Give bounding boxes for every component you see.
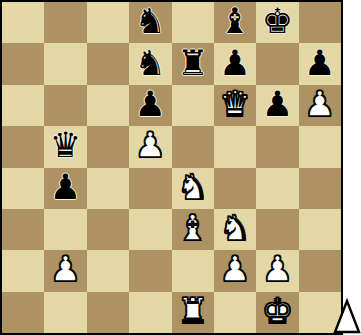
white-knight-piece: ♞ bbox=[219, 211, 250, 246]
square-b2[interactable]: ♟ bbox=[44, 250, 86, 291]
square-c4[interactable] bbox=[87, 168, 129, 209]
square-d7[interactable]: ♞ bbox=[129, 43, 171, 84]
square-b1[interactable] bbox=[44, 292, 86, 333]
square-c3[interactable] bbox=[87, 209, 129, 250]
square-g7[interactable] bbox=[256, 43, 298, 84]
white-rook-piece: ♜ bbox=[177, 294, 208, 329]
square-a7[interactable] bbox=[2, 43, 44, 84]
square-f8[interactable]: ♝ bbox=[214, 2, 256, 43]
black-knight-piece: ♞ bbox=[135, 4, 166, 39]
square-a4[interactable] bbox=[2, 168, 44, 209]
square-g5[interactable] bbox=[256, 126, 298, 167]
square-f4[interactable] bbox=[214, 168, 256, 209]
white-king-piece: ♚ bbox=[262, 294, 293, 329]
chess-board: ♞♝♚♞♜♟♟♟♛♟♟♛♟♟♞♝♞♟♟♟♜♚ bbox=[0, 0, 343, 335]
square-e5[interactable] bbox=[172, 126, 214, 167]
black-pawn-piece: ♟ bbox=[219, 46, 250, 81]
square-h3[interactable] bbox=[299, 209, 341, 250]
right-margin bbox=[343, 0, 361, 335]
black-rook-piece: ♜ bbox=[177, 46, 208, 81]
square-c8[interactable] bbox=[87, 2, 129, 43]
square-d2[interactable] bbox=[129, 250, 171, 291]
square-b8[interactable] bbox=[44, 2, 86, 43]
square-e4[interactable]: ♞ bbox=[172, 168, 214, 209]
square-a2[interactable] bbox=[2, 250, 44, 291]
square-a1[interactable] bbox=[2, 292, 44, 333]
white-pawn-piece: ♟ bbox=[135, 128, 166, 163]
square-d4[interactable] bbox=[129, 168, 171, 209]
square-e1[interactable]: ♜ bbox=[172, 292, 214, 333]
white-to-move-indicator bbox=[333, 298, 361, 334]
square-b6[interactable] bbox=[44, 85, 86, 126]
square-g8[interactable]: ♚ bbox=[256, 2, 298, 43]
square-g6[interactable]: ♟ bbox=[256, 85, 298, 126]
square-f1[interactable] bbox=[214, 292, 256, 333]
square-h8[interactable] bbox=[299, 2, 341, 43]
black-pawn-piece: ♟ bbox=[50, 170, 81, 205]
square-g2[interactable]: ♟ bbox=[256, 250, 298, 291]
white-pawn-piece: ♟ bbox=[262, 252, 293, 287]
square-e3[interactable]: ♝ bbox=[172, 209, 214, 250]
square-e2[interactable] bbox=[172, 250, 214, 291]
square-h4[interactable] bbox=[299, 168, 341, 209]
square-f2[interactable]: ♟ bbox=[214, 250, 256, 291]
square-c6[interactable] bbox=[87, 85, 129, 126]
square-f5[interactable] bbox=[214, 126, 256, 167]
square-b7[interactable] bbox=[44, 43, 86, 84]
square-c7[interactable] bbox=[87, 43, 129, 84]
square-c5[interactable] bbox=[87, 126, 129, 167]
square-d8[interactable]: ♞ bbox=[129, 2, 171, 43]
square-b5[interactable]: ♛ bbox=[44, 126, 86, 167]
black-pawn-piece: ♟ bbox=[262, 87, 293, 122]
black-knight-piece: ♞ bbox=[135, 46, 166, 81]
black-bishop-piece: ♝ bbox=[219, 4, 250, 39]
black-pawn-piece: ♟ bbox=[135, 87, 166, 122]
square-f6[interactable]: ♛ bbox=[214, 85, 256, 126]
black-pawn-piece: ♟ bbox=[304, 46, 335, 81]
white-queen-piece: ♛ bbox=[219, 87, 250, 122]
black-king-piece: ♚ bbox=[262, 4, 293, 39]
square-h5[interactable] bbox=[299, 126, 341, 167]
white-pawn-piece: ♟ bbox=[50, 252, 81, 287]
square-e6[interactable] bbox=[172, 85, 214, 126]
square-d3[interactable] bbox=[129, 209, 171, 250]
black-queen-piece: ♛ bbox=[50, 128, 81, 163]
square-e8[interactable] bbox=[172, 2, 214, 43]
square-g1[interactable]: ♚ bbox=[256, 292, 298, 333]
white-pawn-piece: ♟ bbox=[304, 87, 335, 122]
white-knight-piece: ♞ bbox=[177, 170, 208, 205]
square-g3[interactable] bbox=[256, 209, 298, 250]
square-d5[interactable]: ♟ bbox=[129, 126, 171, 167]
square-a8[interactable] bbox=[2, 2, 44, 43]
square-e7[interactable]: ♜ bbox=[172, 43, 214, 84]
square-d1[interactable] bbox=[129, 292, 171, 333]
square-c1[interactable] bbox=[87, 292, 129, 333]
white-pawn-piece: ♟ bbox=[219, 252, 250, 287]
square-a6[interactable] bbox=[2, 85, 44, 126]
white-bishop-piece: ♝ bbox=[177, 211, 208, 246]
square-b3[interactable] bbox=[44, 209, 86, 250]
square-a5[interactable] bbox=[2, 126, 44, 167]
square-b4[interactable]: ♟ bbox=[44, 168, 86, 209]
square-h7[interactable]: ♟ bbox=[299, 43, 341, 84]
square-f3[interactable]: ♞ bbox=[214, 209, 256, 250]
square-c2[interactable] bbox=[87, 250, 129, 291]
square-d6[interactable]: ♟ bbox=[129, 85, 171, 126]
square-f7[interactable]: ♟ bbox=[214, 43, 256, 84]
square-g4[interactable] bbox=[256, 168, 298, 209]
square-h2[interactable] bbox=[299, 250, 341, 291]
square-h6[interactable]: ♟ bbox=[299, 85, 341, 126]
square-a3[interactable] bbox=[2, 209, 44, 250]
